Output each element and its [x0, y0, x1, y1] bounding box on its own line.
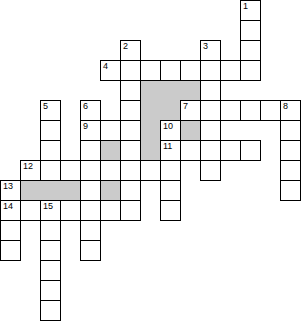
letter-cell[interactable] — [40, 300, 61, 321]
shaded-cell — [140, 140, 161, 161]
letter-cell[interactable] — [120, 140, 141, 161]
letter-cell[interactable] — [160, 60, 181, 81]
shaded-cell — [40, 180, 61, 201]
letter-cell[interactable] — [20, 200, 41, 221]
letter-cell[interactable] — [40, 280, 61, 301]
letter-cell[interactable] — [200, 100, 221, 121]
letter-cell[interactable] — [180, 60, 201, 81]
letter-cell[interactable] — [120, 60, 141, 81]
letter-cell[interactable] — [200, 120, 221, 141]
letter-cell[interactable] — [220, 60, 241, 81]
letter-cell[interactable] — [40, 240, 61, 261]
letter-cell[interactable]: 15 — [40, 200, 61, 221]
letter-cell[interactable] — [80, 180, 101, 201]
letter-cell[interactable]: 8 — [280, 100, 301, 121]
letter-cell[interactable]: 13 — [0, 180, 21, 201]
shaded-cell — [100, 140, 121, 161]
shaded-cell — [160, 100, 181, 121]
clue-number: 14 — [3, 201, 13, 211]
clue-number: 5 — [43, 101, 48, 111]
letter-cell[interactable] — [240, 20, 261, 41]
clue-number: 6 — [83, 101, 88, 111]
letter-cell[interactable]: 1 — [240, 0, 261, 21]
clue-number: 9 — [83, 121, 88, 131]
shaded-cell — [180, 80, 201, 101]
letter-cell[interactable] — [80, 140, 101, 161]
clue-number: 4 — [103, 61, 108, 71]
clue-number: 8 — [283, 101, 288, 111]
letter-cell[interactable] — [40, 120, 61, 141]
shaded-cell — [60, 180, 81, 201]
letter-cell[interactable] — [120, 180, 141, 201]
clue-number: 3 — [203, 41, 208, 51]
letter-cell[interactable] — [280, 140, 301, 161]
letter-cell[interactable] — [40, 220, 61, 241]
shaded-cell — [20, 180, 41, 201]
clue-number: 1 — [243, 1, 248, 11]
letter-cell[interactable]: 14 — [0, 200, 21, 221]
letter-cell[interactable] — [40, 140, 61, 161]
shaded-cell — [100, 180, 121, 201]
letter-cell[interactable] — [80, 240, 101, 261]
letter-cell[interactable]: 5 — [40, 100, 61, 121]
shaded-cell — [160, 80, 181, 101]
clue-number: 13 — [3, 181, 13, 191]
letter-cell[interactable] — [40, 160, 61, 181]
clue-number: 2 — [123, 41, 128, 51]
shaded-cell — [180, 120, 201, 141]
letter-cell[interactable] — [160, 200, 181, 221]
letter-cell[interactable]: 11 — [160, 140, 181, 161]
letter-cell[interactable] — [60, 200, 81, 221]
letter-cell[interactable] — [200, 60, 221, 81]
letter-cell[interactable] — [60, 160, 81, 181]
letter-cell[interactable] — [0, 240, 21, 261]
letter-cell[interactable]: 2 — [120, 40, 141, 61]
letter-cell[interactable]: 6 — [80, 100, 101, 121]
letter-cell[interactable] — [100, 120, 121, 141]
shaded-cell — [140, 120, 161, 141]
letter-cell[interactable]: 4 — [100, 60, 121, 81]
clue-number: 12 — [23, 161, 33, 171]
letter-cell[interactable] — [120, 200, 141, 221]
clue-number: 7 — [183, 101, 188, 111]
letter-cell[interactable] — [200, 140, 221, 161]
letter-cell[interactable] — [200, 80, 221, 101]
letter-cell[interactable]: 10 — [160, 120, 181, 141]
clue-number: 10 — [163, 121, 173, 131]
letter-cell[interactable]: 9 — [80, 120, 101, 141]
letter-cell[interactable] — [280, 160, 301, 181]
letter-cell[interactable] — [260, 100, 281, 121]
shaded-cell — [140, 100, 161, 121]
letter-cell[interactable] — [240, 40, 261, 61]
clue-number: 15 — [43, 201, 53, 211]
letter-cell[interactable] — [280, 180, 301, 201]
letter-cell[interactable]: 7 — [180, 100, 201, 121]
letter-cell[interactable]: 12 — [20, 160, 41, 181]
letter-cell[interactable] — [160, 180, 181, 201]
letter-cell[interactable] — [160, 160, 181, 181]
letter-cell[interactable] — [280, 120, 301, 141]
letter-cell[interactable] — [200, 160, 221, 181]
letter-cell[interactable] — [140, 160, 161, 181]
letter-cell[interactable] — [240, 140, 261, 161]
crossword-board: 123456789101112131415 — [0, 0, 301, 321]
letter-cell[interactable] — [120, 120, 141, 141]
letter-cell[interactable] — [120, 160, 141, 181]
letter-cell[interactable] — [180, 140, 201, 161]
letter-cell[interactable]: 3 — [200, 40, 221, 61]
letter-cell[interactable] — [120, 80, 141, 101]
letter-cell[interactable] — [240, 100, 261, 121]
letter-cell[interactable] — [140, 60, 161, 81]
letter-cell[interactable] — [120, 100, 141, 121]
letter-cell[interactable] — [80, 200, 101, 221]
letter-cell[interactable] — [100, 160, 121, 181]
clue-number: 11 — [163, 141, 172, 151]
letter-cell[interactable] — [240, 60, 261, 81]
letter-cell[interactable] — [80, 160, 101, 181]
shaded-cell — [140, 80, 161, 101]
letter-cell[interactable] — [0, 220, 21, 241]
letter-cell[interactable] — [80, 220, 101, 241]
letter-cell[interactable] — [220, 100, 241, 121]
letter-cell[interactable] — [100, 200, 121, 221]
letter-cell[interactable] — [220, 140, 241, 161]
letter-cell[interactable] — [40, 260, 61, 281]
